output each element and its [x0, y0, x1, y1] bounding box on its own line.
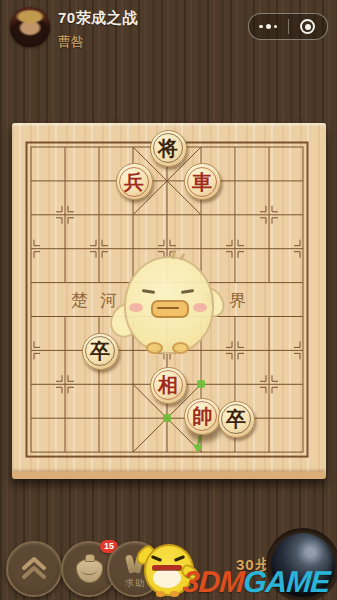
header: 70荥成之战 曹咎 [0, 0, 337, 56]
piece-将-black[interactable]: 将 [150, 130, 187, 167]
piece-相-red[interactable]: 相 [150, 367, 187, 404]
header-text: 70荥成之战 曹咎 [58, 9, 138, 51]
help-label: 求助 [109, 577, 161, 590]
opponent-name: 曹咎 [58, 33, 138, 51]
move-hint-arrow [12, 123, 326, 472]
more-dots-icon [259, 24, 277, 29]
help-button[interactable]: 求助 [107, 541, 163, 597]
close-circle-icon [300, 19, 315, 34]
level-title: 70荥成之战 [58, 9, 138, 28]
player-avatar [10, 7, 50, 47]
wechat-more-button[interactable] [249, 14, 288, 39]
black-ball-button[interactable] [266, 528, 337, 600]
app-screen: 70荥成之战 曹咎 楚河 漢界 将 [0, 0, 337, 600]
black-sphere-icon [271, 533, 335, 597]
piece-兵-red[interactable]: 兵 [116, 163, 153, 200]
wechat-close-button[interactable] [289, 14, 328, 39]
piece-卒-black[interactable]: 卒 [82, 333, 119, 370]
wechat-capsule [248, 13, 328, 40]
piece-車-red[interactable]: 車 [184, 163, 221, 200]
double-chevron-up-icon [20, 556, 48, 580]
expand-menu-button[interactable] [6, 541, 62, 597]
piece-帥-red[interactable]: 帥 [184, 398, 221, 435]
brocade-bag-icon [76, 559, 103, 583]
board[interactable]: 楚河 漢界 将兵車卒相帥卒 [12, 123, 326, 479]
piece-卒-black[interactable]: 卒 [218, 401, 255, 438]
